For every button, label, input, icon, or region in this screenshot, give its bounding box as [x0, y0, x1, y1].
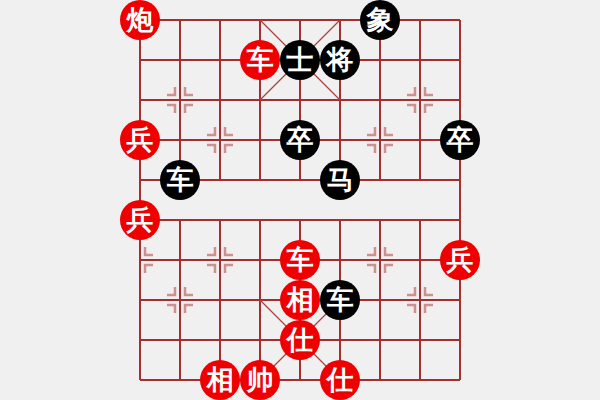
piece-b-zu[interactable]: 卒 — [440, 120, 480, 160]
piece-r-xiang[interactable]: 相 — [280, 280, 320, 320]
piece-r-che[interactable]: 车 — [240, 40, 280, 80]
piece-r-che[interactable]: 车 — [280, 240, 320, 280]
piece-b-ma[interactable]: 马 — [320, 160, 360, 200]
piece-b-che[interactable]: 车 — [320, 280, 360, 320]
piece-r-shi[interactable]: 仕 — [280, 320, 320, 360]
xiangqi-board: 炮象车士将兵卒卒车马兵车兵相车仕相帅仕 — [0, 0, 600, 400]
piece-r-shuai[interactable]: 帅 — [240, 360, 280, 400]
piece-r-bing[interactable]: 兵 — [120, 120, 160, 160]
pieces-layer: 炮象车士将兵卒卒车马兵车兵相车仕相帅仕 — [0, 0, 600, 400]
piece-r-bing[interactable]: 兵 — [440, 240, 480, 280]
piece-b-xiang[interactable]: 象 — [360, 0, 400, 40]
piece-r-bing[interactable]: 兵 — [120, 200, 160, 240]
piece-r-pao[interactable]: 炮 — [120, 0, 160, 40]
piece-b-jiang[interactable]: 将 — [320, 40, 360, 80]
piece-b-zu[interactable]: 卒 — [280, 120, 320, 160]
piece-r-xiang[interactable]: 相 — [200, 360, 240, 400]
piece-b-che[interactable]: 车 — [160, 160, 200, 200]
piece-b-shi[interactable]: 士 — [280, 40, 320, 80]
piece-r-shi[interactable]: 仕 — [320, 360, 360, 400]
